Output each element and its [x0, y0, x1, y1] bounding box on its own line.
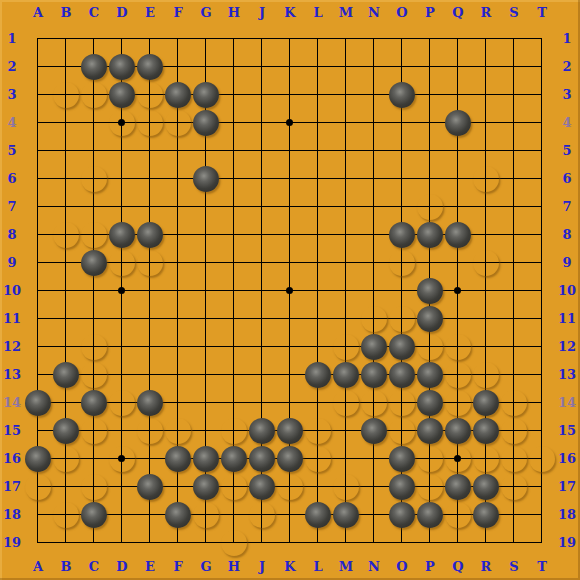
cell-G12[interactable]: [192, 333, 220, 361]
cell-H15[interactable]: [220, 417, 248, 445]
cell-G14[interactable]: [192, 389, 220, 417]
cell-R19[interactable]: [472, 529, 500, 557]
cell-B15[interactable]: [52, 417, 80, 445]
cell-A12[interactable]: [24, 333, 52, 361]
cell-G3[interactable]: [192, 81, 220, 109]
cell-M19[interactable]: [332, 529, 360, 557]
cell-B3[interactable]: [52, 81, 80, 109]
cell-A2[interactable]: [24, 53, 52, 81]
cell-J4[interactable]: [248, 109, 276, 137]
cell-P7[interactable]: [416, 193, 444, 221]
cell-G7[interactable]: [192, 193, 220, 221]
cell-C16[interactable]: [80, 445, 108, 473]
cell-D15[interactable]: [108, 417, 136, 445]
cell-S13[interactable]: [500, 361, 528, 389]
cell-R4[interactable]: [472, 109, 500, 137]
cell-T13[interactable]: [528, 361, 556, 389]
cell-H16[interactable]: [220, 445, 248, 473]
cell-N3[interactable]: [360, 81, 388, 109]
cell-M16[interactable]: [332, 445, 360, 473]
cell-N19[interactable]: [360, 529, 388, 557]
cell-R12[interactable]: [472, 333, 500, 361]
cell-D11[interactable]: [108, 305, 136, 333]
cell-E15[interactable]: [136, 417, 164, 445]
cell-D9[interactable]: [108, 249, 136, 277]
cell-F9[interactable]: [164, 249, 192, 277]
cell-B2[interactable]: [52, 53, 80, 81]
cell-C17[interactable]: [80, 473, 108, 501]
cell-P12[interactable]: [416, 333, 444, 361]
cell-T1[interactable]: [528, 25, 556, 53]
cell-P10[interactable]: [416, 277, 444, 305]
cell-B7[interactable]: [52, 193, 80, 221]
cell-J17[interactable]: [248, 473, 276, 501]
cell-T19[interactable]: [528, 529, 556, 557]
cell-P14[interactable]: [416, 389, 444, 417]
cell-M12[interactable]: [332, 333, 360, 361]
cell-N1[interactable]: [360, 25, 388, 53]
cell-J8[interactable]: [248, 221, 276, 249]
cell-L5[interactable]: [304, 137, 332, 165]
cell-T11[interactable]: [528, 305, 556, 333]
cell-N6[interactable]: [360, 165, 388, 193]
cell-K1[interactable]: [276, 25, 304, 53]
cell-B5[interactable]: [52, 137, 80, 165]
cell-S6[interactable]: [500, 165, 528, 193]
cell-N9[interactable]: [360, 249, 388, 277]
cell-C12[interactable]: [80, 333, 108, 361]
cell-O7[interactable]: [388, 193, 416, 221]
cell-F3[interactable]: [164, 81, 192, 109]
cell-E2[interactable]: [136, 53, 164, 81]
cell-O1[interactable]: [388, 25, 416, 53]
cell-C7[interactable]: [80, 193, 108, 221]
cell-O11[interactable]: [388, 305, 416, 333]
cell-R14[interactable]: [472, 389, 500, 417]
cell-Q16[interactable]: [444, 445, 472, 473]
cell-M4[interactable]: [332, 109, 360, 137]
cell-G5[interactable]: [192, 137, 220, 165]
cell-R8[interactable]: [472, 221, 500, 249]
cell-K13[interactable]: [276, 361, 304, 389]
cell-B6[interactable]: [52, 165, 80, 193]
cell-P15[interactable]: [416, 417, 444, 445]
cell-E18[interactable]: [136, 501, 164, 529]
cell-L8[interactable]: [304, 221, 332, 249]
cell-M7[interactable]: [332, 193, 360, 221]
cell-E10[interactable]: [136, 277, 164, 305]
cell-R15[interactable]: [472, 417, 500, 445]
cell-A9[interactable]: [24, 249, 52, 277]
cell-K16[interactable]: [276, 445, 304, 473]
cell-H13[interactable]: [220, 361, 248, 389]
cell-F6[interactable]: [164, 165, 192, 193]
cell-D5[interactable]: [108, 137, 136, 165]
cell-K5[interactable]: [276, 137, 304, 165]
cell-O19[interactable]: [388, 529, 416, 557]
cell-F7[interactable]: [164, 193, 192, 221]
cell-K2[interactable]: [276, 53, 304, 81]
cell-K9[interactable]: [276, 249, 304, 277]
cell-H8[interactable]: [220, 221, 248, 249]
cell-R3[interactable]: [472, 81, 500, 109]
cell-T6[interactable]: [528, 165, 556, 193]
cell-J15[interactable]: [248, 417, 276, 445]
cell-M10[interactable]: [332, 277, 360, 305]
cell-J9[interactable]: [248, 249, 276, 277]
cell-O4[interactable]: [388, 109, 416, 137]
cell-O15[interactable]: [388, 417, 416, 445]
cell-E1[interactable]: [136, 25, 164, 53]
cell-N17[interactable]: [360, 473, 388, 501]
cell-P13[interactable]: [416, 361, 444, 389]
cell-N13[interactable]: [360, 361, 388, 389]
cell-K8[interactable]: [276, 221, 304, 249]
cell-J2[interactable]: [248, 53, 276, 81]
cell-O5[interactable]: [388, 137, 416, 165]
cell-A16[interactable]: [24, 445, 52, 473]
cell-T17[interactable]: [528, 473, 556, 501]
cell-O2[interactable]: [388, 53, 416, 81]
cell-L4[interactable]: [304, 109, 332, 137]
cell-L9[interactable]: [304, 249, 332, 277]
cell-D13[interactable]: [108, 361, 136, 389]
cell-N16[interactable]: [360, 445, 388, 473]
cell-D16[interactable]: [108, 445, 136, 473]
cell-S5[interactable]: [500, 137, 528, 165]
cell-E12[interactable]: [136, 333, 164, 361]
cell-R9[interactable]: [472, 249, 500, 277]
cell-M3[interactable]: [332, 81, 360, 109]
cell-P8[interactable]: [416, 221, 444, 249]
cell-E7[interactable]: [136, 193, 164, 221]
cell-O8[interactable]: [388, 221, 416, 249]
cell-M17[interactable]: [332, 473, 360, 501]
cell-G11[interactable]: [192, 305, 220, 333]
cell-H12[interactable]: [220, 333, 248, 361]
cell-Q18[interactable]: [444, 501, 472, 529]
cell-T18[interactable]: [528, 501, 556, 529]
cell-A13[interactable]: [24, 361, 52, 389]
cell-O6[interactable]: [388, 165, 416, 193]
cell-T14[interactable]: [528, 389, 556, 417]
cell-N8[interactable]: [360, 221, 388, 249]
cell-J6[interactable]: [248, 165, 276, 193]
cell-P19[interactable]: [416, 529, 444, 557]
cell-O17[interactable]: [388, 473, 416, 501]
cell-N10[interactable]: [360, 277, 388, 305]
cell-C13[interactable]: [80, 361, 108, 389]
cell-R5[interactable]: [472, 137, 500, 165]
cell-O12[interactable]: [388, 333, 416, 361]
cell-Q6[interactable]: [444, 165, 472, 193]
cell-G6[interactable]: [192, 165, 220, 193]
cell-C18[interactable]: [80, 501, 108, 529]
cell-A1[interactable]: [24, 25, 52, 53]
cell-T10[interactable]: [528, 277, 556, 305]
cell-C6[interactable]: [80, 165, 108, 193]
cell-N7[interactable]: [360, 193, 388, 221]
cell-K15[interactable]: [276, 417, 304, 445]
cell-F1[interactable]: [164, 25, 192, 53]
cell-R1[interactable]: [472, 25, 500, 53]
cell-F19[interactable]: [164, 529, 192, 557]
cell-Q7[interactable]: [444, 193, 472, 221]
cell-C14[interactable]: [80, 389, 108, 417]
cell-H7[interactable]: [220, 193, 248, 221]
cell-Q3[interactable]: [444, 81, 472, 109]
cell-G18[interactable]: [192, 501, 220, 529]
cell-L19[interactable]: [304, 529, 332, 557]
cell-T15[interactable]: [528, 417, 556, 445]
cell-D7[interactable]: [108, 193, 136, 221]
cell-Q17[interactable]: [444, 473, 472, 501]
cell-S10[interactable]: [500, 277, 528, 305]
cell-E13[interactable]: [136, 361, 164, 389]
cell-D2[interactable]: [108, 53, 136, 81]
cell-S9[interactable]: [500, 249, 528, 277]
cell-A6[interactable]: [24, 165, 52, 193]
cell-Q2[interactable]: [444, 53, 472, 81]
cell-A5[interactable]: [24, 137, 52, 165]
cell-E3[interactable]: [136, 81, 164, 109]
cell-S2[interactable]: [500, 53, 528, 81]
cell-P2[interactable]: [416, 53, 444, 81]
cell-O13[interactable]: [388, 361, 416, 389]
cell-M14[interactable]: [332, 389, 360, 417]
cell-M9[interactable]: [332, 249, 360, 277]
cell-N15[interactable]: [360, 417, 388, 445]
cell-R17[interactable]: [472, 473, 500, 501]
cell-J18[interactable]: [248, 501, 276, 529]
cell-D10[interactable]: [108, 277, 136, 305]
cell-G9[interactable]: [192, 249, 220, 277]
cell-D18[interactable]: [108, 501, 136, 529]
cell-L16[interactable]: [304, 445, 332, 473]
cell-H10[interactable]: [220, 277, 248, 305]
cell-D3[interactable]: [108, 81, 136, 109]
cell-R2[interactable]: [472, 53, 500, 81]
cell-H5[interactable]: [220, 137, 248, 165]
cell-N5[interactable]: [360, 137, 388, 165]
cell-K14[interactable]: [276, 389, 304, 417]
cell-G1[interactable]: [192, 25, 220, 53]
cell-Q10[interactable]: [444, 277, 472, 305]
cell-T7[interactable]: [528, 193, 556, 221]
cell-H3[interactable]: [220, 81, 248, 109]
cell-J16[interactable]: [248, 445, 276, 473]
cell-E11[interactable]: [136, 305, 164, 333]
cell-C5[interactable]: [80, 137, 108, 165]
cell-H19[interactable]: [220, 529, 248, 557]
cell-P17[interactable]: [416, 473, 444, 501]
cell-C11[interactable]: [80, 305, 108, 333]
cell-C3[interactable]: [80, 81, 108, 109]
cell-E4[interactable]: [136, 109, 164, 137]
cell-A17[interactable]: [24, 473, 52, 501]
cell-J1[interactable]: [248, 25, 276, 53]
cell-M18[interactable]: [332, 501, 360, 529]
cell-J11[interactable]: [248, 305, 276, 333]
cell-R11[interactable]: [472, 305, 500, 333]
cell-E14[interactable]: [136, 389, 164, 417]
cell-D14[interactable]: [108, 389, 136, 417]
cell-H1[interactable]: [220, 25, 248, 53]
cell-B12[interactable]: [52, 333, 80, 361]
cell-A7[interactable]: [24, 193, 52, 221]
cell-T3[interactable]: [528, 81, 556, 109]
cell-G17[interactable]: [192, 473, 220, 501]
cell-B11[interactable]: [52, 305, 80, 333]
cell-B9[interactable]: [52, 249, 80, 277]
cell-J14[interactable]: [248, 389, 276, 417]
cell-J19[interactable]: [248, 529, 276, 557]
cell-T12[interactable]: [528, 333, 556, 361]
cell-C4[interactable]: [80, 109, 108, 137]
cell-H17[interactable]: [220, 473, 248, 501]
cell-N2[interactable]: [360, 53, 388, 81]
cell-F17[interactable]: [164, 473, 192, 501]
cell-M6[interactable]: [332, 165, 360, 193]
cell-H2[interactable]: [220, 53, 248, 81]
cell-B8[interactable]: [52, 221, 80, 249]
cell-S14[interactable]: [500, 389, 528, 417]
cell-F5[interactable]: [164, 137, 192, 165]
cell-E17[interactable]: [136, 473, 164, 501]
cell-D6[interactable]: [108, 165, 136, 193]
cell-L11[interactable]: [304, 305, 332, 333]
cell-S7[interactable]: [500, 193, 528, 221]
cell-T5[interactable]: [528, 137, 556, 165]
cell-H6[interactable]: [220, 165, 248, 193]
cell-S4[interactable]: [500, 109, 528, 137]
cell-E19[interactable]: [136, 529, 164, 557]
cell-L17[interactable]: [304, 473, 332, 501]
cell-M1[interactable]: [332, 25, 360, 53]
cell-A8[interactable]: [24, 221, 52, 249]
cell-C10[interactable]: [80, 277, 108, 305]
cell-C1[interactable]: [80, 25, 108, 53]
cell-K11[interactable]: [276, 305, 304, 333]
cell-Q5[interactable]: [444, 137, 472, 165]
cell-K3[interactable]: [276, 81, 304, 109]
cell-E8[interactable]: [136, 221, 164, 249]
cell-P11[interactable]: [416, 305, 444, 333]
cell-A15[interactable]: [24, 417, 52, 445]
cell-T2[interactable]: [528, 53, 556, 81]
cell-L7[interactable]: [304, 193, 332, 221]
cell-J5[interactable]: [248, 137, 276, 165]
cell-P9[interactable]: [416, 249, 444, 277]
cell-T4[interactable]: [528, 109, 556, 137]
cell-R7[interactable]: [472, 193, 500, 221]
cell-S15[interactable]: [500, 417, 528, 445]
cell-L13[interactable]: [304, 361, 332, 389]
cell-B18[interactable]: [52, 501, 80, 529]
cell-S3[interactable]: [500, 81, 528, 109]
cell-O3[interactable]: [388, 81, 416, 109]
cell-T9[interactable]: [528, 249, 556, 277]
cell-N14[interactable]: [360, 389, 388, 417]
cell-S18[interactable]: [500, 501, 528, 529]
cell-G2[interactable]: [192, 53, 220, 81]
cell-L2[interactable]: [304, 53, 332, 81]
cell-C19[interactable]: [80, 529, 108, 557]
cell-K12[interactable]: [276, 333, 304, 361]
cell-D19[interactable]: [108, 529, 136, 557]
cell-R16[interactable]: [472, 445, 500, 473]
cell-B14[interactable]: [52, 389, 80, 417]
cell-Q1[interactable]: [444, 25, 472, 53]
cell-F18[interactable]: [164, 501, 192, 529]
cell-F16[interactable]: [164, 445, 192, 473]
cell-Q14[interactable]: [444, 389, 472, 417]
cell-S8[interactable]: [500, 221, 528, 249]
cell-L15[interactable]: [304, 417, 332, 445]
cell-L10[interactable]: [304, 277, 332, 305]
cell-O16[interactable]: [388, 445, 416, 473]
cell-M11[interactable]: [332, 305, 360, 333]
cell-F14[interactable]: [164, 389, 192, 417]
cell-T8[interactable]: [528, 221, 556, 249]
cell-A19[interactable]: [24, 529, 52, 557]
cell-F13[interactable]: [164, 361, 192, 389]
cell-C15[interactable]: [80, 417, 108, 445]
cell-G10[interactable]: [192, 277, 220, 305]
cell-H18[interactable]: [220, 501, 248, 529]
cell-Q11[interactable]: [444, 305, 472, 333]
cell-F11[interactable]: [164, 305, 192, 333]
cell-G16[interactable]: [192, 445, 220, 473]
cell-N4[interactable]: [360, 109, 388, 137]
cell-D17[interactable]: [108, 473, 136, 501]
cell-P16[interactable]: [416, 445, 444, 473]
cell-A4[interactable]: [24, 109, 52, 137]
cell-S12[interactable]: [500, 333, 528, 361]
cell-S11[interactable]: [500, 305, 528, 333]
cell-C9[interactable]: [80, 249, 108, 277]
cell-F2[interactable]: [164, 53, 192, 81]
cell-P1[interactable]: [416, 25, 444, 53]
cell-P4[interactable]: [416, 109, 444, 137]
cell-A18[interactable]: [24, 501, 52, 529]
cell-E6[interactable]: [136, 165, 164, 193]
cell-Q15[interactable]: [444, 417, 472, 445]
cell-O14[interactable]: [388, 389, 416, 417]
cell-R10[interactable]: [472, 277, 500, 305]
cell-L14[interactable]: [304, 389, 332, 417]
cell-H11[interactable]: [220, 305, 248, 333]
cell-H14[interactable]: [220, 389, 248, 417]
cell-L3[interactable]: [304, 81, 332, 109]
cell-G15[interactable]: [192, 417, 220, 445]
cell-B19[interactable]: [52, 529, 80, 557]
cell-F10[interactable]: [164, 277, 192, 305]
cell-O10[interactable]: [388, 277, 416, 305]
cell-E5[interactable]: [136, 137, 164, 165]
cell-P18[interactable]: [416, 501, 444, 529]
cell-S19[interactable]: [500, 529, 528, 557]
cell-Q9[interactable]: [444, 249, 472, 277]
cell-K6[interactable]: [276, 165, 304, 193]
cell-Q8[interactable]: [444, 221, 472, 249]
cell-D4[interactable]: [108, 109, 136, 137]
cell-F12[interactable]: [164, 333, 192, 361]
cell-J10[interactable]: [248, 277, 276, 305]
cell-N18[interactable]: [360, 501, 388, 529]
cell-C8[interactable]: [80, 221, 108, 249]
cell-K7[interactable]: [276, 193, 304, 221]
